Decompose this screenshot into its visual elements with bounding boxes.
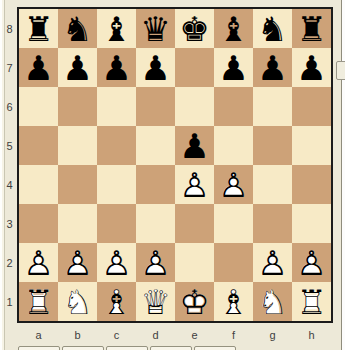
piece-black-pawn[interactable]: ♟	[136, 48, 175, 87]
rank-label-4: 4	[3, 165, 16, 204]
square-h6[interactable]	[292, 87, 331, 126]
square-f4[interactable]: ♟♙	[214, 165, 253, 204]
square-b7[interactable]: ♟	[58, 48, 97, 87]
piece-white-knight[interactable]: ♞♘	[58, 282, 97, 321]
white-king-outline: ♔	[175, 282, 214, 321]
black-knight-glyph: ♞	[253, 9, 292, 48]
square-f1[interactable]: ♝♗	[214, 282, 253, 321]
piece-black-pawn[interactable]: ♟	[214, 48, 253, 87]
piece-black-pawn[interactable]: ♟	[175, 126, 214, 165]
file-label-c: c	[97, 325, 136, 345]
piece-black-bishop[interactable]: ♝	[97, 9, 136, 48]
white-pawn-fill: ♟	[292, 243, 331, 282]
square-g7[interactable]: ♟	[253, 48, 292, 87]
white-pawn-fill: ♟	[136, 243, 175, 282]
black-pawn-glyph: ♟	[214, 48, 253, 87]
square-e1[interactable]: ♚♔	[175, 282, 214, 321]
square-c6[interactable]	[97, 87, 136, 126]
square-b1[interactable]: ♞♘	[58, 282, 97, 321]
piece-black-knight[interactable]: ♞	[58, 9, 97, 48]
rank-label-7: 7	[3, 48, 16, 87]
splitter-handle[interactable]	[336, 61, 345, 80]
black-pawn-glyph: ♟	[136, 48, 175, 87]
piece-white-bishop[interactable]: ♝♗	[97, 282, 136, 321]
bottom-nav-button[interactable]	[150, 346, 192, 350]
piece-black-pawn[interactable]: ♟	[58, 48, 97, 87]
file-label-d: d	[136, 325, 175, 345]
white-queen-outline: ♕	[136, 282, 175, 321]
white-pawn-outline: ♙	[19, 243, 58, 282]
piece-white-bishop[interactable]: ♝♗	[214, 282, 253, 321]
white-rook-outline: ♖	[292, 282, 331, 321]
white-knight-outline: ♘	[58, 282, 97, 321]
square-d8[interactable]: ♛	[136, 9, 175, 48]
white-pawn-outline: ♙	[58, 243, 97, 282]
square-e8[interactable]: ♚	[175, 9, 214, 48]
piece-white-pawn[interactable]: ♟♙	[19, 243, 58, 282]
white-pawn-fill: ♟	[58, 243, 97, 282]
square-a3[interactable]	[19, 204, 58, 243]
piece-white-knight[interactable]: ♞♘	[253, 282, 292, 321]
piece-black-king[interactable]: ♚	[175, 9, 214, 48]
piece-black-queen[interactable]: ♛	[136, 9, 175, 48]
file-label-g: g	[253, 325, 292, 345]
file-label-f: f	[214, 325, 253, 345]
file-label-e: e	[175, 325, 214, 345]
black-king-glyph: ♚	[175, 9, 214, 48]
white-pawn-outline: ♙	[136, 243, 175, 282]
black-pawn-glyph: ♟	[19, 48, 58, 87]
file-label-a: a	[19, 325, 58, 345]
bottom-button-strip	[0, 345, 341, 350]
rank-label-5: 5	[3, 126, 16, 165]
square-b8[interactable]: ♞	[58, 9, 97, 48]
black-rook-glyph: ♜	[19, 9, 58, 48]
piece-black-pawn[interactable]: ♟	[253, 48, 292, 87]
square-c4[interactable]	[97, 165, 136, 204]
piece-white-pawn[interactable]: ♟♙	[253, 243, 292, 282]
square-d7[interactable]: ♟	[136, 48, 175, 87]
rank-label-1: 1	[3, 282, 16, 321]
piece-white-pawn[interactable]: ♟♙	[136, 243, 175, 282]
black-pawn-glyph: ♟	[97, 48, 136, 87]
piece-white-king[interactable]: ♚♔	[175, 282, 214, 321]
black-pawn-glyph: ♟	[292, 48, 331, 87]
square-h7[interactable]: ♟	[292, 48, 331, 87]
square-c3[interactable]	[97, 204, 136, 243]
square-h8[interactable]: ♜	[292, 9, 331, 48]
square-e4[interactable]: ♟♙	[175, 165, 214, 204]
piece-white-rook[interactable]: ♜♖	[19, 282, 58, 321]
square-e2[interactable]	[175, 243, 214, 282]
square-f5[interactable]	[214, 126, 253, 165]
square-a6[interactable]	[19, 87, 58, 126]
black-pawn-glyph: ♟	[253, 48, 292, 87]
white-pawn-fill: ♟	[214, 165, 253, 204]
black-queen-glyph: ♛	[136, 9, 175, 48]
white-rook-fill: ♜	[292, 282, 331, 321]
piece-black-pawn[interactable]: ♟	[19, 48, 58, 87]
file-label-h: h	[292, 325, 331, 345]
square-a5[interactable]	[19, 126, 58, 165]
bottom-nav-button[interactable]	[106, 346, 148, 350]
piece-white-queen[interactable]: ♛♕	[136, 282, 175, 321]
square-e7[interactable]	[175, 48, 214, 87]
file-label-b: b	[58, 325, 97, 345]
white-bishop-outline: ♗	[97, 282, 136, 321]
white-pawn-outline: ♙	[214, 165, 253, 204]
white-knight-fill: ♞	[253, 282, 292, 321]
square-c5[interactable]	[97, 126, 136, 165]
square-f6[interactable]	[214, 87, 253, 126]
piece-white-pawn[interactable]: ♟♙	[175, 165, 214, 204]
square-f2[interactable]	[214, 243, 253, 282]
black-pawn-glyph: ♟	[58, 48, 97, 87]
square-d1[interactable]: ♛♕	[136, 282, 175, 321]
rank-label-6: 6	[3, 87, 16, 126]
bottom-nav-button[interactable]	[18, 346, 60, 350]
square-a1[interactable]: ♜♖	[19, 282, 58, 321]
white-knight-fill: ♞	[58, 282, 97, 321]
square-g6[interactable]	[253, 87, 292, 126]
white-pawn-outline: ♙	[292, 243, 331, 282]
chess-board: ♜♞♝♛♚♝♞♜♟♟♟♟♟♟♟♟♟♙♟♙♟♙♟♙♟♙♟♙♟♙♟♙♜♖♞♘♝♗♛♕…	[17, 7, 333, 323]
square-a7[interactable]: ♟	[19, 48, 58, 87]
black-bishop-glyph: ♝	[97, 9, 136, 48]
white-pawn-outline: ♙	[253, 243, 292, 282]
square-a4[interactable]	[19, 165, 58, 204]
square-h4[interactable]	[292, 165, 331, 204]
piece-black-rook[interactable]: ♜	[19, 9, 58, 48]
rank-label-3: 3	[3, 204, 16, 243]
piece-white-pawn[interactable]: ♟♙	[58, 243, 97, 282]
piece-white-pawn[interactable]: ♟♙	[97, 243, 136, 282]
square-c8[interactable]: ♝	[97, 9, 136, 48]
square-b2[interactable]: ♟♙	[58, 243, 97, 282]
piece-white-pawn[interactable]: ♟♙	[292, 243, 331, 282]
square-f7[interactable]: ♟	[214, 48, 253, 87]
black-rook-glyph: ♜	[292, 9, 331, 48]
white-pawn-fill: ♟	[175, 165, 214, 204]
square-g5[interactable]	[253, 126, 292, 165]
square-b5[interactable]	[58, 126, 97, 165]
square-d4[interactable]	[136, 165, 175, 204]
black-pawn-glyph: ♟	[175, 126, 214, 165]
white-bishop-fill: ♝	[214, 282, 253, 321]
square-d6[interactable]	[136, 87, 175, 126]
square-h5[interactable]	[292, 126, 331, 165]
square-f8[interactable]: ♝	[214, 9, 253, 48]
square-g3[interactable]	[253, 204, 292, 243]
white-bishop-outline: ♗	[214, 282, 253, 321]
square-c1[interactable]: ♝♗	[97, 282, 136, 321]
white-pawn-fill: ♟	[97, 243, 136, 282]
white-pawn-fill: ♟	[253, 243, 292, 282]
square-d5[interactable]	[136, 126, 175, 165]
white-pawn-fill: ♟	[19, 243, 58, 282]
square-g8[interactable]: ♞	[253, 9, 292, 48]
piece-black-knight[interactable]: ♞	[253, 9, 292, 48]
piece-black-bishop[interactable]: ♝	[214, 9, 253, 48]
black-knight-glyph: ♞	[58, 9, 97, 48]
square-h2[interactable]: ♟♙	[292, 243, 331, 282]
square-b4[interactable]	[58, 165, 97, 204]
piece-white-rook[interactable]: ♜♖	[292, 282, 331, 321]
piece-black-rook[interactable]: ♜	[292, 9, 331, 48]
piece-white-pawn[interactable]: ♟♙	[214, 165, 253, 204]
square-g2[interactable]: ♟♙	[253, 243, 292, 282]
rank-label-2: 2	[3, 243, 16, 282]
square-b6[interactable]	[58, 87, 97, 126]
square-f3[interactable]	[214, 204, 253, 243]
white-rook-outline: ♖	[19, 282, 58, 321]
square-g1[interactable]: ♞♘	[253, 282, 292, 321]
square-e6[interactable]	[175, 87, 214, 126]
piece-black-pawn[interactable]: ♟	[292, 48, 331, 87]
white-pawn-outline: ♙	[97, 243, 136, 282]
square-c2[interactable]: ♟♙	[97, 243, 136, 282]
bottom-nav-button[interactable]	[194, 346, 236, 350]
square-g4[interactable]	[253, 165, 292, 204]
bottom-nav-button[interactable]	[62, 346, 104, 350]
white-queen-fill: ♛	[136, 282, 175, 321]
white-knight-outline: ♘	[253, 282, 292, 321]
square-e5[interactable]: ♟	[175, 126, 214, 165]
square-e3[interactable]	[175, 204, 214, 243]
square-c7[interactable]: ♟	[97, 48, 136, 87]
rank-label-8: 8	[3, 9, 16, 48]
white-pawn-outline: ♙	[175, 165, 214, 204]
white-king-fill: ♚	[175, 282, 214, 321]
square-d2[interactable]: ♟♙	[136, 243, 175, 282]
square-h1[interactable]: ♜♖	[292, 282, 331, 321]
black-bishop-glyph: ♝	[214, 9, 253, 48]
piece-black-pawn[interactable]: ♟	[97, 48, 136, 87]
square-a8[interactable]: ♜	[19, 9, 58, 48]
square-h3[interactable]	[292, 204, 331, 243]
square-a2[interactable]: ♟♙	[19, 243, 58, 282]
white-rook-fill: ♜	[19, 282, 58, 321]
white-bishop-fill: ♝	[97, 282, 136, 321]
square-b3[interactable]	[58, 204, 97, 243]
square-d3[interactable]	[136, 204, 175, 243]
